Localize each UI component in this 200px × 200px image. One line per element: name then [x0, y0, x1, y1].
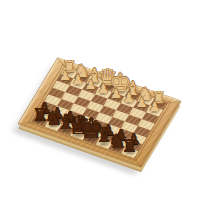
piece-white-pawn[interactable]: ♟: [136, 95, 148, 108]
pieces-layer: ♜♞♟♝♟♛♟♚♟♝♟♞♟♜♟♟♟♟♜♟♞♟♝♟♛♟♚♟♝♟♞♜: [0, 0, 200, 200]
piece-white-pawn[interactable]: ♟: [123, 91, 135, 104]
piece-white-pawn[interactable]: ♟: [98, 82, 110, 95]
chess-set-scene: ♜♞♟♝♟♛♟♚♟♝♟♞♟♜♟♟♟♟♜♟♞♟♝♟♛♟♚♟♝♟♞♜: [0, 0, 200, 200]
piece-black-rook[interactable]: ♜: [122, 137, 138, 155]
piece-white-pawn[interactable]: ♟: [72, 73, 84, 86]
piece-white-pawn[interactable]: ♟: [59, 68, 71, 81]
piece-white-pawn[interactable]: ♟: [110, 86, 122, 99]
piece-white-pawn[interactable]: ♟: [149, 100, 161, 113]
piece-white-pawn[interactable]: ♟: [85, 77, 97, 90]
